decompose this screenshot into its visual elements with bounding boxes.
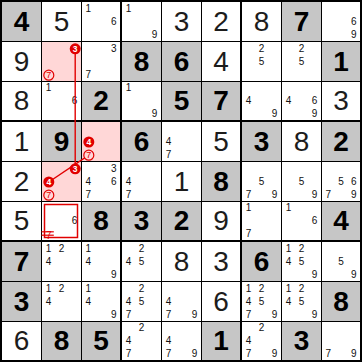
solved-digit: 8	[282, 122, 321, 161]
solved-digit: 3	[162, 2, 201, 41]
candidate-digit: 9	[308, 268, 321, 281]
cell-r1c2[interactable]: 5	[42, 2, 82, 42]
candidate-digit: 7	[122, 347, 135, 360]
given-digit: 3	[122, 202, 161, 240]
cell-r6c1[interactable]: 5	[2, 202, 42, 242]
cell-r6c8[interactable]: 16	[282, 202, 322, 242]
pencil-marks: 59	[282, 162, 321, 201]
pencil-marks: 479	[162, 322, 201, 360]
pencil-marks: 25	[242, 42, 281, 81]
cell-r2c4[interactable]: 8	[122, 42, 162, 82]
candidate-digit: 4	[162, 135, 175, 148]
pencil-marks: 49	[242, 82, 281, 120]
pencil-marks: 124	[42, 282, 81, 321]
cell-r2c9[interactable]: 1	[322, 42, 360, 82]
cell-r3c5[interactable]: 5	[162, 82, 202, 122]
pencil-marks: 469	[282, 82, 321, 120]
candidate-digit: 2	[135, 242, 148, 255]
cell-r9c6[interactable]: 1	[202, 322, 242, 360]
cell-r4c4[interactable]: 6	[122, 122, 162, 162]
given-digit: 8	[322, 282, 360, 321]
solved-digit: 5	[42, 2, 81, 41]
given-digit: 8	[42, 322, 81, 360]
candidate-digit: 7	[322, 188, 335, 201]
cell-r7c1[interactable]: 7	[2, 242, 42, 282]
cell-r5c3[interactable]: 3467	[82, 162, 122, 202]
candidate-digit: 1	[82, 242, 95, 255]
candidate-digit: 4	[42, 255, 55, 268]
cell-r5c8[interactable]: 59	[282, 162, 322, 202]
cell-r8c2[interactable]: 124	[42, 282, 82, 322]
candidate-digit: 7	[162, 308, 175, 321]
cell-r8c9[interactable]: 8	[322, 282, 360, 322]
cell-r8c4[interactable]: 2457	[122, 282, 162, 322]
candidate-digit: 5	[255, 295, 268, 308]
cell-r3c7[interactable]: 49	[242, 82, 282, 122]
given-digit: 6	[122, 122, 161, 161]
cell-r1c1[interactable]: 4	[2, 2, 42, 42]
given-digit: 2	[82, 82, 120, 120]
candidate-digit: 5	[295, 295, 308, 308]
cell-r1c3[interactable]: 16	[82, 2, 122, 42]
solved-digit: 8	[2, 82, 41, 120]
cell-r4c6[interactable]: 5	[202, 122, 242, 162]
candidate-digit: 2	[255, 42, 268, 55]
cell-r7c7[interactable]: 6	[242, 242, 282, 282]
candidate-digit: 5	[135, 295, 148, 308]
given-digit: 5	[162, 82, 201, 120]
candidate-digit: 5	[255, 55, 268, 68]
pencil-marks: 17	[242, 202, 281, 240]
candidate-digit: 1	[242, 282, 255, 295]
cell-r1c5[interactable]: 3	[162, 2, 202, 42]
candidate-digit: 4	[242, 295, 255, 308]
candidate-digit: 6	[68, 215, 81, 228]
candidate-digit: 1	[282, 242, 295, 255]
cell-r1c9[interactable]: 69	[322, 2, 360, 42]
cell-r9c8[interactable]: 3	[282, 322, 322, 360]
cell-r2c5[interactable]: 6	[162, 42, 202, 82]
candidate-digit: 4	[42, 295, 55, 308]
candidate-digit: 4	[162, 295, 175, 308]
pencil-marks: 19	[122, 2, 161, 41]
cell-r3c4[interactable]: 19	[122, 82, 162, 122]
pencil-marks: 47	[162, 122, 201, 161]
given-digit: 6	[242, 242, 281, 281]
pencil-marks: 16	[282, 202, 321, 240]
cell-r4c2[interactable]: 9	[42, 122, 82, 162]
candidate-digit: 4	[82, 295, 95, 308]
pencil-marks: 37	[82, 42, 120, 81]
given-digit: 8	[122, 42, 161, 81]
given-digit: 5	[82, 322, 120, 360]
cell-r6c3[interactable]: 8	[82, 202, 122, 242]
pencil-marks: 25	[282, 42, 321, 81]
given-digit: 2	[162, 202, 201, 240]
given-digit: 3	[242, 122, 281, 161]
candidate-digit: 7	[242, 308, 255, 321]
cell-r8c3[interactable]: 149	[82, 282, 122, 322]
candidate-digit: 9	[308, 107, 321, 120]
cell-r7c8[interactable]: 12459	[282, 242, 322, 282]
cell-r1c4[interactable]: 19	[122, 2, 162, 42]
cell-r9c3[interactable]: 5	[82, 322, 122, 360]
candidate-digit: 1	[282, 282, 295, 295]
cell-r6c7[interactable]: 17	[242, 202, 282, 242]
candidate-digit: 6	[308, 95, 321, 108]
candidate-digit: 5	[135, 255, 148, 268]
candidate-digit: 9	[308, 308, 321, 321]
candidate-digit: 3	[107, 162, 120, 175]
pencil-marks: 19	[122, 82, 161, 120]
given-digit: 7	[282, 2, 321, 41]
cell-r4c7[interactable]: 3	[242, 122, 282, 162]
cell-r7c5[interactable]: 8	[162, 242, 202, 282]
cell-r6c4[interactable]: 3	[122, 202, 162, 242]
candidate-digit: 4	[122, 175, 135, 188]
cell-r5c1[interactable]: 2	[2, 162, 42, 202]
given-digit: 7	[202, 82, 240, 120]
candidate-digit: 9	[107, 308, 120, 321]
candidate-digit: 5	[335, 255, 348, 268]
pencil-marks: 124	[42, 242, 81, 281]
cell-r9c1[interactable]: 6	[2, 322, 42, 360]
solved-digit: 1	[162, 162, 201, 201]
cell-r6c9[interactable]: 4	[322, 202, 360, 242]
solved-digit: 3	[322, 82, 360, 120]
candidate-digit: 7	[122, 188, 135, 201]
candidate-digit: 1	[282, 202, 295, 215]
candidate-digit: 9	[268, 347, 281, 360]
candidate-digit: 1	[82, 282, 95, 295]
pencil-marks: 12459	[282, 282, 321, 321]
candidate-digit: 4	[122, 255, 135, 268]
candidate-digit: 5	[295, 55, 308, 68]
solved-digit: 6	[2, 322, 41, 360]
solved-digit: 9	[2, 42, 41, 81]
candidate-digit: 5	[295, 175, 308, 188]
given-digit: 8	[202, 162, 240, 201]
cell-r8c8[interactable]: 12459	[282, 282, 322, 322]
candidate-digit: 6	[308, 215, 321, 228]
cell-r4c8[interactable]: 8	[282, 122, 322, 162]
cell-r3c8[interactable]: 469	[282, 82, 322, 122]
candidate-digit: 9	[268, 107, 281, 120]
candidate-digit: 9	[347, 347, 360, 360]
solved-digit: 6	[202, 282, 240, 321]
solved-digit: 8	[242, 2, 281, 41]
candidate-digit: 4	[82, 175, 95, 188]
candidate-digit: 9	[347, 188, 360, 201]
candidate-digit: 6	[347, 15, 360, 28]
given-digit: 3	[282, 322, 321, 360]
pencil-marks: 47	[122, 162, 161, 201]
cell-r3c3[interactable]: 2	[82, 82, 122, 122]
solved-digit: 5	[202, 122, 240, 161]
cell-r5c9[interactable]: 5679	[322, 162, 360, 202]
candidate-digit: 9	[308, 188, 321, 201]
given-digit: 8	[82, 202, 120, 240]
pencil-marks: 2479	[242, 322, 281, 360]
candidate-digit: 2	[55, 242, 68, 255]
candidate-digit: 4	[282, 295, 295, 308]
candidate-digit: 9	[107, 268, 120, 281]
candidate-digit: 2	[295, 282, 308, 295]
candidate-digit: 2	[135, 322, 148, 335]
candidate-digit: 9	[268, 308, 281, 321]
cell-r6c5[interactable]: 2	[162, 202, 202, 242]
sudoku-board: 4516193287699378642525181621957494693196…	[0, 0, 362, 362]
cell-r8c7[interactable]: 124579	[242, 282, 282, 322]
cell-r9c7[interactable]: 2479	[242, 322, 282, 360]
candidate-digit: 4	[122, 335, 135, 348]
cell-r5c4[interactable]: 47	[122, 162, 162, 202]
pencil-marks: 3467	[82, 162, 120, 201]
pencil-marks: 69	[322, 2, 360, 41]
pencil-marks: 16	[82, 2, 120, 41]
candidate-digit: 2	[55, 282, 68, 295]
cell-r7c6[interactable]: 3	[202, 242, 242, 282]
cell-r8c5[interactable]: 479	[162, 282, 202, 322]
solved-digit: 9	[202, 202, 240, 240]
candidate-digit: 1	[122, 82, 135, 95]
candidate-digit: 4	[82, 255, 95, 268]
candidate-digit: 4	[282, 95, 295, 108]
candidate-digit: 7	[82, 188, 95, 201]
candidate-digit: 4	[242, 335, 255, 348]
cell-r2c7[interactable]: 25	[242, 42, 282, 82]
candidate-digit: 7	[82, 68, 95, 81]
candidate-digit: 7	[162, 148, 175, 161]
cell-r5c6[interactable]: 8	[202, 162, 242, 202]
candidate-digit: 2	[295, 42, 308, 55]
pencil-marks: 59	[322, 242, 360, 281]
candidate-digit: 1	[42, 282, 55, 295]
candidate-digit: 6	[107, 15, 120, 28]
candidate-digit: 3	[107, 42, 120, 55]
cell-r4c9[interactable]: 2	[322, 122, 360, 162]
cell-r5c2[interactable]	[42, 162, 82, 202]
cell-r4c5[interactable]: 47	[162, 122, 202, 162]
pencil-marks: 124579	[242, 282, 281, 321]
cell-r7c9[interactable]: 59	[322, 242, 360, 282]
candidate-digit: 1	[242, 202, 255, 215]
candidate-digit: 5	[255, 175, 268, 188]
cell-r9c4[interactable]: 247	[122, 322, 162, 360]
cell-r3c1[interactable]: 8	[2, 82, 42, 122]
pencil-marks: 479	[162, 282, 201, 321]
cell-r9c5[interactable]: 479	[162, 322, 202, 360]
cell-r5c7[interactable]: 579	[242, 162, 282, 202]
cell-r1c7[interactable]: 8	[242, 2, 282, 42]
candidate-digit: 4	[242, 95, 255, 108]
candidate-digit: 7	[162, 347, 175, 360]
pencil-marks: 245	[122, 242, 161, 281]
cell-r1c6[interactable]: 2	[202, 2, 242, 42]
candidate-digit: 7	[122, 308, 135, 321]
cell-r2c8[interactable]: 25	[282, 42, 322, 82]
cell-r4c3[interactable]	[82, 122, 122, 162]
cell-r5c5[interactable]: 1	[162, 162, 202, 202]
candidate-digit: 9	[347, 28, 360, 41]
candidate-digit: 4	[122, 295, 135, 308]
given-digit: 3	[2, 282, 41, 321]
pencil-marks: 149	[82, 282, 120, 321]
candidate-digit: 6	[68, 95, 81, 108]
candidate-digit: 2	[295, 242, 308, 255]
solved-digit: 2	[202, 2, 240, 41]
cell-r6c6[interactable]: 9	[202, 202, 242, 242]
candidate-digit: 7	[242, 227, 255, 240]
candidate-digit: 4	[162, 335, 175, 348]
candidate-digit: 5	[295, 255, 308, 268]
candidate-digit: 1	[122, 2, 135, 15]
solved-digit: 3	[202, 242, 240, 281]
cell-r2c1[interactable]: 9	[2, 42, 42, 82]
cell-r2c2[interactable]	[42, 42, 82, 82]
cell-r7c2[interactable]: 124	[42, 242, 82, 282]
cell-r3c6[interactable]: 7	[202, 82, 242, 122]
candidate-digit: 9	[188, 347, 201, 360]
cell-r3c2[interactable]: 16	[42, 82, 82, 122]
candidate-digit: 5	[335, 175, 348, 188]
cell-r8c6[interactable]: 6	[202, 282, 242, 322]
cell-r9c9[interactable]: 79	[322, 322, 360, 360]
candidate-digit: 7	[242, 347, 255, 360]
cell-r1c8[interactable]: 7	[282, 2, 322, 42]
candidate-digit: 1	[82, 2, 95, 15]
cell-r2c6[interactable]: 4	[202, 42, 242, 82]
pencil-marks: 16	[42, 82, 81, 120]
pencil-marks: 247	[122, 322, 161, 360]
given-digit: 9	[42, 122, 81, 161]
solved-digit: 2	[2, 162, 41, 201]
given-digit: 1	[202, 322, 240, 360]
cell-r2c3[interactable]: 37	[82, 42, 122, 82]
candidate-digit: 4	[282, 255, 295, 268]
candidate-digit: 1	[42, 82, 55, 95]
solved-digit: 5	[2, 202, 41, 240]
candidate-digit: 6	[107, 175, 120, 188]
cell-r9c2[interactable]: 8	[42, 322, 82, 360]
candidate-digit: 6	[347, 175, 360, 188]
candidate-digit: 9	[148, 107, 161, 120]
cell-r4c1[interactable]: 1	[2, 122, 42, 162]
candidate-digit: 2	[255, 282, 268, 295]
cell-r7c4[interactable]: 245	[122, 242, 162, 282]
candidate-digit: 9	[188, 308, 201, 321]
candidate-digit: 7	[242, 188, 255, 201]
cell-r7c3[interactable]: 149	[82, 242, 122, 282]
given-digit: 4	[2, 2, 41, 41]
pencil-marks: 2457	[122, 282, 161, 321]
candidate-digit: 7	[322, 347, 335, 360]
candidate-digit: 9	[148, 28, 161, 41]
candidate-digit: 2	[255, 322, 268, 335]
pencil-marks: 579	[242, 162, 281, 201]
pencil-marks: 79	[322, 322, 360, 360]
solved-digit: 4	[202, 42, 240, 81]
solved-digit: 1	[2, 122, 41, 161]
pencil-marks: 6	[42, 202, 81, 240]
candidate-digit: 2	[135, 282, 148, 295]
candidate-digit: 9	[268, 188, 281, 201]
given-digit: 2	[322, 122, 360, 161]
pencil-marks: 5679	[322, 162, 360, 201]
given-digit: 7	[2, 242, 41, 281]
candidate-digit: 9	[347, 268, 360, 281]
solved-digit: 8	[162, 242, 201, 281]
given-digit: 6	[162, 42, 201, 81]
cell-r8c1[interactable]: 3	[2, 282, 42, 322]
given-digit: 1	[322, 42, 360, 81]
given-digit: 4	[322, 202, 360, 240]
pencil-marks: 149	[82, 242, 120, 281]
candidate-digit: 1	[42, 242, 55, 255]
pencil-marks: 12459	[282, 242, 321, 281]
cell-r6c2[interactable]: 6	[42, 202, 82, 242]
cell-r3c9[interactable]: 3	[322, 82, 360, 122]
